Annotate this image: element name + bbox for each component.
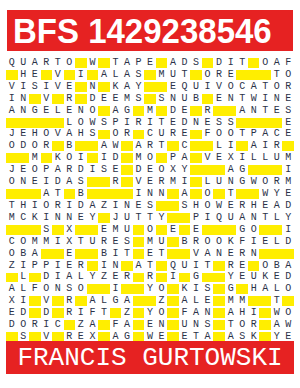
letter-cell: D (41, 307, 53, 319)
letter-cell: V (41, 295, 53, 307)
letter-cell: O (75, 117, 87, 129)
letter-cell: O (144, 152, 156, 164)
letter-cell: N (190, 319, 202, 331)
book-title: BFS 1429238546 (7, 13, 272, 48)
letter-cell: Q (179, 81, 191, 93)
letter-cell: D (41, 272, 53, 284)
blocked-cell (133, 319, 145, 331)
letter-cell: T (271, 69, 283, 81)
letter-cell: R (64, 93, 76, 105)
letter-cell: N (248, 248, 260, 260)
letter-cell: E (213, 152, 225, 164)
blocked-cell (133, 105, 145, 117)
letter-cell: H (248, 283, 260, 295)
letter-cell: N (248, 105, 260, 117)
letter-cell: M (236, 295, 248, 307)
letter-cell: J (110, 212, 122, 224)
letter-cell: N (87, 81, 99, 93)
letter-cell: I (41, 212, 53, 224)
letter-cell: G (29, 105, 41, 117)
letter-cell: O (282, 307, 294, 319)
letter-cell: A (29, 57, 41, 69)
letter-cell: I (259, 140, 271, 152)
letter-cell: F (29, 283, 41, 295)
letter-cell: O (282, 69, 294, 81)
blocked-cell (167, 212, 179, 224)
blocked-cell (41, 117, 53, 129)
letter-cell: Q (213, 212, 225, 224)
letter-cell: O (64, 152, 76, 164)
blocked-cell (75, 224, 87, 236)
letter-cell: B (271, 260, 283, 272)
letter-cell: P (167, 152, 179, 164)
letter-cell: O (18, 319, 30, 331)
blocked-cell (64, 188, 76, 200)
blocked-cell (121, 260, 133, 272)
blocked-cell (156, 260, 168, 272)
blocked-cell (52, 93, 64, 105)
letter-cell: S (98, 117, 110, 129)
letter-cell: X (64, 224, 76, 236)
blocked-cell (248, 295, 260, 307)
letter-cell: U (225, 212, 237, 224)
blocked-cell (133, 295, 145, 307)
blocked-cell (190, 164, 202, 176)
letter-cell: I (52, 272, 64, 284)
letter-cell: I (167, 272, 179, 284)
letter-cell: N (110, 260, 122, 272)
letter-cell: O (259, 260, 271, 272)
letter-cell: N (121, 200, 133, 212)
letter-cell: I (98, 152, 110, 164)
letter-cell: I (110, 283, 122, 295)
letter-cell: E (98, 93, 110, 105)
letter-cell: R (248, 319, 260, 331)
letter-cell: N (225, 176, 237, 188)
blocked-cell (282, 140, 294, 152)
letter-cell: Y (144, 283, 156, 295)
letter-cell: A (87, 295, 99, 307)
blocked-cell (213, 319, 225, 331)
letter-cell: L (75, 272, 87, 284)
letter-cell: A (271, 200, 283, 212)
letter-cell: E (179, 129, 191, 141)
letter-cell: O (202, 200, 214, 212)
letter-cell: S (202, 319, 214, 331)
letter-cell: E (133, 200, 145, 212)
letter-cell: A (64, 176, 76, 188)
letter-cell: O (202, 69, 214, 81)
blocked-cell (179, 212, 191, 224)
letter-cell: I (179, 176, 191, 188)
letter-cell: H (190, 200, 202, 212)
letter-cell: O (202, 188, 214, 200)
letter-cell: V (213, 81, 225, 93)
letter-cell: I (225, 140, 237, 152)
blocked-cell (190, 69, 202, 81)
blocked-cell (179, 248, 191, 260)
letter-cell: E (110, 164, 122, 176)
blocked-cell (213, 272, 225, 284)
letter-cell: I (190, 260, 202, 272)
letter-cell: E (29, 176, 41, 188)
letter-cell: E (64, 260, 76, 272)
blocked-cell (156, 224, 168, 236)
blocked-cell (75, 93, 87, 105)
blocked-cell (110, 307, 122, 319)
letter-cell: T (225, 319, 237, 331)
blocked-cell (144, 93, 156, 105)
blocked-cell (98, 105, 110, 117)
letter-cell: E (41, 105, 53, 117)
letter-cell: A (236, 105, 248, 117)
blocked-cell (156, 272, 168, 284)
letter-cell: T (144, 212, 156, 224)
letter-cell: A (98, 140, 110, 152)
letter-cell: A (29, 248, 41, 260)
letter-cell: I (110, 200, 122, 212)
letter-cell: S (156, 93, 168, 105)
letter-cell: O (248, 224, 260, 236)
letter-cell: B (18, 248, 30, 260)
blocked-cell (121, 188, 133, 200)
letter-cell: U (87, 236, 99, 248)
letter-cell: N (156, 188, 168, 200)
letter-cell: E (225, 69, 237, 81)
letter-cell: G (110, 295, 122, 307)
letter-cell: T (156, 140, 168, 152)
letter-cell: L (110, 69, 122, 81)
blocked-cell (156, 57, 168, 69)
letter-cell: D (167, 105, 179, 117)
blocked-cell (133, 283, 145, 295)
letter-cell: X (6, 295, 18, 307)
blocked-cell (213, 307, 225, 319)
blocked-cell (133, 307, 145, 319)
letter-cell: V (52, 129, 64, 141)
letter-cell: O (213, 236, 225, 248)
letter-cell: D (75, 164, 87, 176)
letter-cell: O (6, 140, 18, 152)
letter-cell: T (202, 260, 214, 272)
letter-cell: A (41, 188, 53, 200)
letter-cell: R (236, 248, 248, 260)
letter-cell: F (236, 236, 248, 248)
blocked-cell (167, 307, 179, 319)
letter-cell: E (213, 93, 225, 105)
letter-cell: K (52, 152, 64, 164)
blocked-cell (167, 200, 179, 212)
letter-cell: N (75, 105, 87, 117)
letter-cell: M (133, 152, 145, 164)
letter-cell: I (64, 200, 76, 212)
letter-cell: A (110, 105, 122, 117)
author-banner: FRANCIS GURTOWSKI (6, 341, 294, 374)
letter-cell: I (282, 164, 294, 176)
letter-cell: S (133, 69, 145, 81)
blocked-cell (271, 224, 283, 236)
letter-cell: R (213, 69, 225, 81)
letter-cell: U (213, 176, 225, 188)
letter-cell: O (29, 140, 41, 152)
blocked-cell (87, 140, 99, 152)
letter-cell: Y (179, 164, 191, 176)
letter-cell: R (144, 140, 156, 152)
blocked-cell (248, 117, 260, 129)
letter-cell: D (213, 57, 225, 69)
letter-cell: L (64, 117, 76, 129)
letter-cell: S (282, 105, 294, 117)
blocked-cell (133, 129, 145, 141)
blocked-cell (190, 105, 202, 117)
letter-cell: B (190, 93, 202, 105)
letter-cell: E (144, 319, 156, 331)
letter-cell: O (110, 129, 122, 141)
letter-cell: M (41, 236, 53, 248)
letter-cell: T (110, 57, 122, 69)
blocked-cell (236, 283, 248, 295)
letter-cell: N (156, 319, 168, 331)
letter-cell: F (110, 319, 122, 331)
blocked-cell (75, 57, 87, 69)
letter-cell: H (18, 69, 30, 81)
letter-cell: S (41, 224, 53, 236)
letter-cell: O (282, 283, 294, 295)
letter-cell: S (29, 81, 41, 93)
letter-cell: D (52, 176, 64, 188)
blocked-cell (18, 117, 30, 129)
author-name: FRANCIS GURTOWSKI (17, 345, 282, 371)
letter-cell: N (190, 117, 202, 129)
letter-cell: D (75, 200, 87, 212)
letter-cell: E (18, 129, 30, 141)
letter-cell: R (133, 117, 145, 129)
blocked-cell (156, 152, 168, 164)
letter-cell: E (282, 93, 294, 105)
letter-cell: A (167, 57, 179, 69)
letter-cell: O (41, 129, 53, 141)
letter-cell: O (41, 283, 53, 295)
letter-cell: A (6, 105, 18, 117)
letter-cell: I (18, 295, 30, 307)
blocked-cell (6, 117, 18, 129)
letter-cell: U (156, 236, 168, 248)
letter-cell: Z (75, 319, 87, 331)
letter-cell: I (190, 283, 202, 295)
letter-cell: I (248, 307, 260, 319)
letter-cell: A (87, 319, 99, 331)
blocked-cell (75, 140, 87, 152)
letter-cell: D (87, 93, 99, 105)
blocked-cell (29, 295, 41, 307)
letter-cell: C (236, 81, 248, 93)
letter-cell: F (179, 307, 191, 319)
letter-cell: M (225, 295, 237, 307)
letter-cell: A (121, 57, 133, 69)
letter-cell: D (179, 117, 191, 129)
blocked-cell (52, 248, 64, 260)
blocked-cell (133, 224, 145, 236)
blocked-cell (29, 272, 41, 284)
letter-cell: N (18, 176, 30, 188)
blocked-cell (87, 260, 99, 272)
letter-cell: U (179, 319, 191, 331)
letter-cell: E (236, 260, 248, 272)
letter-cell: R (167, 129, 179, 141)
letter-cell: R (236, 200, 248, 212)
letter-cell: U (156, 129, 168, 141)
blocked-cell (87, 176, 99, 188)
letter-cell: E (6, 307, 18, 319)
blocked-cell (6, 224, 18, 236)
letter-cell: U (167, 69, 179, 81)
blocked-cell (167, 319, 179, 331)
letter-cell: E (259, 200, 271, 212)
letter-cell: I (29, 200, 41, 212)
letter-cell: E (64, 81, 76, 93)
letter-cell: O (213, 129, 225, 141)
blocked-cell (6, 152, 18, 164)
blocked-cell (87, 188, 99, 200)
blocked-cell (64, 319, 76, 331)
blocked-cell (98, 212, 110, 224)
letter-cell: C (271, 129, 283, 141)
letter-cell: N (271, 93, 283, 105)
letter-cell: M (144, 105, 156, 117)
letter-cell: R (190, 236, 202, 248)
letter-cell: E (144, 176, 156, 188)
letter-cell: Q (167, 260, 179, 272)
letter-cell: I (110, 248, 122, 260)
letter-cell: A (179, 295, 191, 307)
letter-cell: E (190, 224, 202, 236)
letter-cell: Z (6, 260, 18, 272)
blocked-cell (52, 117, 64, 129)
letter-cell: O (156, 307, 168, 319)
letter-cell: I (98, 260, 110, 272)
letter-cell: V (41, 93, 53, 105)
letter-cell: A (259, 129, 271, 141)
blocked-cell (98, 129, 110, 141)
blocked-cell (213, 105, 225, 117)
letter-cell: G (190, 272, 202, 284)
blocked-cell (167, 140, 179, 152)
letter-cell: T (236, 129, 248, 141)
blocked-cell (259, 224, 271, 236)
letter-cell: O (75, 283, 87, 295)
letter-cell: W (271, 307, 283, 319)
letter-cell: I (259, 93, 271, 105)
letter-cell: R (75, 260, 87, 272)
letter-cell: W (87, 117, 99, 129)
letter-cell: D (110, 152, 122, 164)
letter-cell: N (18, 93, 30, 105)
letter-cell: S (190, 57, 202, 69)
letter-cell: R (225, 260, 237, 272)
letter-cell: I (41, 81, 53, 93)
letter-cell: P (29, 260, 41, 272)
blocked-cell (98, 319, 110, 331)
letter-cell: E (236, 272, 248, 284)
blocked-cell (248, 69, 260, 81)
letter-cell: G (225, 283, 237, 295)
blocked-cell (248, 188, 260, 200)
blocked-cell (271, 164, 283, 176)
letter-cell: I (41, 319, 53, 331)
letter-cell: B (64, 140, 76, 152)
letter-cell: L (271, 212, 283, 224)
letter-cell: I (75, 69, 87, 81)
blocked-cell (225, 105, 237, 117)
letter-cell: P (41, 164, 53, 176)
letter-cell: I (133, 188, 145, 200)
letter-cell: P (133, 57, 145, 69)
letter-cell: I (6, 93, 18, 105)
letter-cell: N (18, 105, 30, 117)
letter-cell: T (98, 307, 110, 319)
letter-cell: U (248, 272, 260, 284)
letter-cell: R (271, 176, 283, 188)
letter-cell: M (156, 69, 168, 81)
letter-cell: A (121, 295, 133, 307)
letter-cell: P (110, 117, 122, 129)
blocked-cell (259, 248, 271, 260)
letter-cell: E (282, 117, 294, 129)
letter-cell: A (190, 307, 202, 319)
letter-cell: M (167, 176, 179, 188)
letter-cell: H (29, 129, 41, 141)
letter-cell: L (271, 283, 283, 295)
letter-cell: C (179, 140, 191, 152)
letter-cell: I (75, 307, 87, 319)
letter-cell: I (75, 152, 87, 164)
letter-cell: O (6, 248, 18, 260)
blocked-cell (75, 295, 87, 307)
letter-cell: R (52, 200, 64, 212)
letter-cell: Y (144, 307, 156, 319)
letter-cell: E (29, 69, 41, 81)
blocked-cell (282, 295, 294, 307)
letter-cell: E (144, 164, 156, 176)
letter-cell: I (225, 57, 237, 69)
blocked-cell (190, 188, 202, 200)
blocked-cell (179, 224, 191, 236)
letter-cell: S (64, 283, 76, 295)
letter-cell: X (167, 164, 179, 176)
letter-cell: E (144, 248, 156, 260)
letter-cell: R (156, 176, 168, 188)
blocked-cell (259, 319, 271, 331)
blocked-cell (133, 272, 145, 284)
blocked-cell (213, 260, 225, 272)
letter-cell: E (18, 164, 30, 176)
letter-cell: I (121, 117, 133, 129)
letter-cell: O (18, 236, 30, 248)
letter-cell: P (190, 212, 202, 224)
letter-cell: T (259, 81, 271, 93)
letter-cell: Z (156, 295, 168, 307)
blocked-cell (259, 295, 271, 307)
letter-cell: M (6, 212, 18, 224)
letter-cell: C (144, 129, 156, 141)
letter-cell: M (282, 176, 294, 188)
letter-cell: A (202, 248, 214, 260)
blocked-cell (87, 283, 99, 295)
letter-cell: C (18, 212, 30, 224)
letter-cell: T (6, 200, 18, 212)
letter-cell: T (133, 212, 145, 224)
blocked-cell (52, 224, 64, 236)
